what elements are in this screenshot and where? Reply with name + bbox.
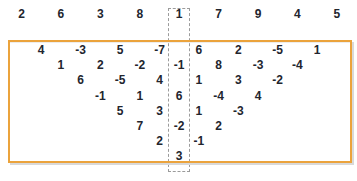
number-cell[interactable]: 9 [255, 8, 262, 20]
number-cell[interactable]: 3 [97, 8, 104, 20]
number-cell-selected-column[interactable]: -2 [174, 120, 185, 132]
number-cell[interactable]: -4 [213, 90, 224, 102]
number-cell[interactable]: 2 [156, 135, 163, 147]
number-cell-selected-column[interactable]: 3 [176, 150, 183, 162]
number-cell[interactable]: 5 [117, 105, 124, 117]
number-cell[interactable]: 4 [156, 74, 163, 86]
number-cell[interactable]: 2 [18, 8, 25, 20]
number-cell[interactable]: -1 [95, 90, 106, 102]
number-cell-selected-column[interactable]: 1 [176, 8, 183, 20]
number-cell[interactable]: 5 [117, 44, 124, 56]
number-cell[interactable]: 4 [294, 8, 301, 20]
number-cell[interactable]: 1 [314, 44, 321, 56]
number-cell[interactable]: 8 [215, 59, 222, 71]
number-cell[interactable]: -3 [253, 59, 264, 71]
number-cell[interactable]: -7 [154, 44, 165, 56]
number-cell[interactable]: 4 [255, 90, 262, 102]
number-cell[interactable]: -1 [194, 135, 205, 147]
number-cell[interactable]: 6 [58, 8, 65, 20]
number-cell[interactable]: -2 [134, 59, 145, 71]
number-cell[interactable]: 5 [334, 8, 341, 20]
number-cell[interactable]: 8 [136, 8, 143, 20]
number-cell[interactable]: 4 [38, 44, 45, 56]
number-cell-selected-column[interactable]: -1 [174, 59, 185, 71]
number-cell[interactable]: 3 [156, 105, 163, 117]
number-cell[interactable]: -3 [75, 44, 86, 56]
number-cell[interactable]: 3 [235, 74, 242, 86]
number-cell[interactable]: 2 [97, 59, 104, 71]
number-cell[interactable]: -3 [233, 105, 244, 117]
number-cell[interactable]: -5 [115, 74, 126, 86]
number-cell[interactable]: 7 [215, 8, 222, 20]
number-cell[interactable]: -4 [292, 59, 303, 71]
number-cell[interactable]: 7 [136, 120, 143, 132]
number-cell[interactable]: 6 [196, 44, 203, 56]
number-cell[interactable]: -2 [272, 74, 283, 86]
number-cell[interactable]: 2 [235, 44, 242, 56]
number-cell[interactable]: 1 [58, 59, 65, 71]
number-cell[interactable]: -5 [272, 44, 283, 56]
number-cell[interactable]: 1 [136, 90, 143, 102]
number-cell[interactable]: 6 [77, 74, 84, 86]
puzzle-canvas: 263817945 4-35-762-5112-2-18-3-46-5413-2… [0, 0, 357, 181]
number-cell-selected-column[interactable]: 6 [176, 90, 183, 102]
number-cell[interactable]: 1 [196, 105, 203, 117]
number-cell[interactable]: 1 [196, 74, 203, 86]
number-cell[interactable]: 2 [215, 120, 222, 132]
